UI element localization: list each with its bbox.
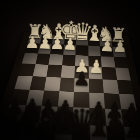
square-f6 [42,90,59,106]
square-a4 [115,68,131,81]
square-d8: ♛ [72,125,90,140]
square-f3 [48,54,62,65]
square-b2: ♟ [100,46,113,56]
square-f4 [46,65,61,78]
board-frame: ♜♞♝♚♛♝♞♜♟♟♟♟♟♟♟♟♟♟♟♟♟♟♟♟♜♞♝♚♛♝♞♜ [0,32,140,140]
square-h7: ♟ [5,104,26,122]
square-a2: ♟ [112,47,126,58]
square-e3 [62,55,76,66]
square-e6 [57,91,74,107]
square-a8: ♜ [123,127,140,140]
square-e5 [59,78,74,92]
square-g5 [29,76,46,90]
square-d5: ♟ [74,78,89,92]
square-c5 [89,79,104,93]
scene-photo: ♜♞♝♚♛♝♞♜♟♟♟♟♟♟♟♟♟♟♟♟♟♟♟♟♜♞♝♚♛♝♞♜ [0,0,140,140]
square-f7: ♟ [39,106,58,124]
chess-board: ♜♞♝♚♛♝♞♜♟♟♟♟♟♟♟♟♟♟♟♟♟♟♟♟♜♞♝♚♛♝♞♜ [0,34,140,140]
square-c7: ♟ [89,108,106,126]
square-f2: ♟ [50,44,64,54]
square-d4: ♟ [75,66,89,79]
square-e2: ♟ [63,45,76,55]
square-d7 [72,107,89,125]
square-e4 [60,65,75,78]
square-a7: ♟ [121,109,140,127]
square-c6 [89,92,105,108]
square-c2 [88,46,101,56]
square-a3 [113,57,128,69]
square-f8: ♝ [35,123,55,140]
square-e7: ♟ [56,106,74,124]
square-d2 [76,45,89,55]
square-d3 [75,55,88,67]
square-a5 [117,80,134,94]
board-tilt-layer: ♜♞♝♚♛♝♞♜♟♟♟♟♟♟♟♟♟♟♟♟♟♟♟♟♜♞♝♚♛♝♞♜ [0,0,140,140]
square-c3 [88,56,102,68]
square-c4: ♟ [88,67,102,80]
square-f5 [44,77,60,91]
square-c8: ♝ [89,125,107,140]
square-g8: ♞ [17,122,38,140]
square-e8: ♚ [53,124,72,140]
square-h8: ♜ [0,122,22,140]
square-a6 [119,94,137,110]
square-d6 [73,92,89,108]
